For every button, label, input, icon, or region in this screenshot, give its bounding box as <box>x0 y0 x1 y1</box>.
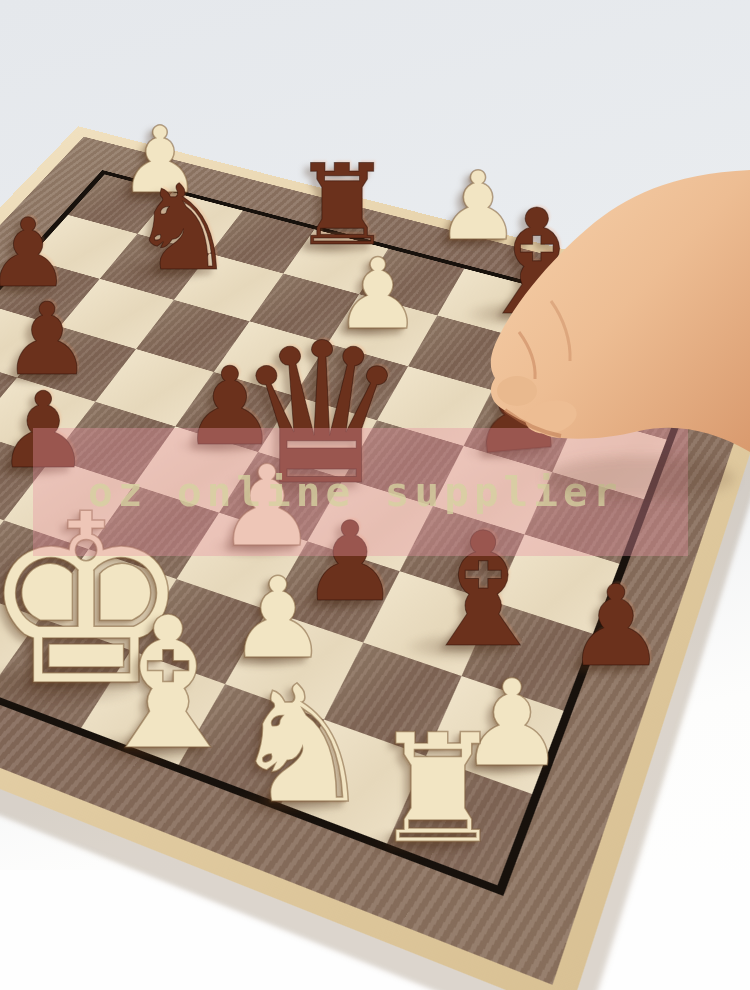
watermark-band: oz online supplier <box>33 428 688 556</box>
piece-black-knight-a7[interactable]: ♞ <box>130 169 236 287</box>
piece-white-rook-g1[interactable]: ♜ <box>371 714 505 864</box>
chess-set-product-photo: { "game": "chess", "scene": { "type": "w… <box>0 0 750 990</box>
piece-black-bishop-f8[interactable]: ♝ <box>472 190 602 335</box>
piece-white-knight-f1[interactable]: ♞ <box>229 664 374 826</box>
watermark-text: oz online supplier <box>33 468 622 516</box>
piece-black-pawn-g3[interactable]: ♟ <box>566 570 666 682</box>
piece-white-bishop-e1[interactable]: ♝ <box>86 593 249 775</box>
